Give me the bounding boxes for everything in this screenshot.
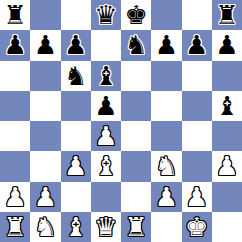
square-f2[interactable]: ♟ [151, 182, 181, 212]
piece-white-pawn[interactable]: ♟ [34, 182, 57, 212]
piece-white-pawn[interactable]: ♟ [3, 182, 26, 212]
square-d5[interactable]: ♟ [91, 91, 121, 121]
piece-white-pawn[interactable]: ♟ [185, 182, 208, 212]
square-c6[interactable]: ♞ [61, 61, 91, 91]
square-b7[interactable]: ♟ [30, 30, 60, 60]
square-d1[interactable]: ♛ [91, 212, 121, 242]
piece-black-pawn[interactable]: ♟ [94, 91, 117, 121]
square-f5[interactable] [151, 91, 181, 121]
square-a4[interactable] [0, 121, 30, 151]
square-e7[interactable]: ♞ [121, 30, 151, 60]
square-b4[interactable] [30, 121, 60, 151]
square-c8[interactable] [61, 0, 91, 30]
square-c1[interactable]: ♝ [61, 212, 91, 242]
square-g4[interactable] [182, 121, 212, 151]
square-c4[interactable] [61, 121, 91, 151]
square-b6[interactable] [30, 61, 60, 91]
square-e5[interactable] [121, 91, 151, 121]
square-e8[interactable]: ♚ [121, 0, 151, 30]
piece-black-knight[interactable]: ♞ [64, 61, 87, 91]
square-g8[interactable] [182, 0, 212, 30]
piece-white-knight[interactable]: ♞ [155, 151, 178, 181]
piece-white-bishop[interactable]: ♝ [94, 151, 117, 181]
piece-white-knight[interactable]: ♞ [34, 212, 57, 242]
square-a5[interactable] [0, 91, 30, 121]
square-c5[interactable] [61, 91, 91, 121]
piece-white-king[interactable]: ♚ [185, 212, 208, 242]
square-g6[interactable] [182, 61, 212, 91]
piece-black-pawn[interactable]: ♟ [34, 30, 57, 60]
square-f1[interactable] [151, 212, 181, 242]
square-a2[interactable]: ♟ [0, 182, 30, 212]
square-a3[interactable] [0, 151, 30, 181]
square-b5[interactable] [30, 91, 60, 121]
square-a1[interactable]: ♜ [0, 212, 30, 242]
piece-white-pawn[interactable]: ♟ [215, 151, 238, 181]
piece-black-pawn[interactable]: ♟ [155, 30, 178, 60]
piece-black-knight[interactable]: ♞ [124, 30, 147, 60]
square-d7[interactable] [91, 30, 121, 60]
piece-black-pawn[interactable]: ♟ [64, 30, 87, 60]
square-h2[interactable] [212, 182, 242, 212]
square-h7[interactable]: ♟ [212, 30, 242, 60]
piece-white-rook[interactable]: ♜ [3, 212, 26, 242]
square-f6[interactable] [151, 61, 181, 91]
square-g2[interactable]: ♟ [182, 182, 212, 212]
square-d2[interactable] [91, 182, 121, 212]
square-g5[interactable] [182, 91, 212, 121]
square-d6[interactable]: ♝ [91, 61, 121, 91]
piece-black-rook[interactable]: ♜ [3, 0, 26, 30]
square-e3[interactable] [121, 151, 151, 181]
square-c3[interactable]: ♟ [61, 151, 91, 181]
square-h8[interactable]: ♜ [212, 0, 242, 30]
square-c2[interactable] [61, 182, 91, 212]
square-f4[interactable] [151, 121, 181, 151]
square-a8[interactable]: ♜ [0, 0, 30, 30]
square-d4[interactable]: ♟ [91, 121, 121, 151]
square-d8[interactable]: ♛ [91, 0, 121, 30]
square-a6[interactable] [0, 61, 30, 91]
square-c7[interactable]: ♟ [61, 30, 91, 60]
square-e1[interactable]: ♜ [121, 212, 151, 242]
square-b2[interactable]: ♟ [30, 182, 60, 212]
piece-white-pawn[interactable]: ♟ [94, 121, 117, 151]
piece-black-king[interactable]: ♚ [124, 0, 147, 30]
square-h5[interactable]: ♝ [212, 91, 242, 121]
square-e4[interactable] [121, 121, 151, 151]
square-b1[interactable]: ♞ [30, 212, 60, 242]
piece-black-queen[interactable]: ♛ [94, 0, 117, 30]
piece-white-rook[interactable]: ♜ [124, 212, 147, 242]
square-a7[interactable]: ♟ [0, 30, 30, 60]
square-h4[interactable] [212, 121, 242, 151]
square-d3[interactable]: ♝ [91, 151, 121, 181]
piece-black-pawn[interactable]: ♟ [215, 30, 238, 60]
square-e2[interactable] [121, 182, 151, 212]
square-h1[interactable] [212, 212, 242, 242]
piece-black-bishop[interactable]: ♝ [215, 91, 238, 121]
piece-black-rook[interactable]: ♜ [215, 0, 238, 30]
square-h6[interactable] [212, 61, 242, 91]
square-g1[interactable]: ♚ [182, 212, 212, 242]
piece-white-queen[interactable]: ♛ [94, 212, 117, 242]
square-f3[interactable]: ♞ [151, 151, 181, 181]
square-e6[interactable] [121, 61, 151, 91]
piece-white-pawn[interactable]: ♟ [64, 151, 87, 181]
square-g3[interactable] [182, 151, 212, 181]
piece-black-pawn[interactable]: ♟ [3, 30, 26, 60]
square-g7[interactable]: ♟ [182, 30, 212, 60]
square-f7[interactable]: ♟ [151, 30, 181, 60]
square-h3[interactable]: ♟ [212, 151, 242, 181]
piece-black-pawn[interactable]: ♟ [185, 30, 208, 60]
piece-white-pawn[interactable]: ♟ [155, 182, 178, 212]
piece-white-bishop[interactable]: ♝ [64, 212, 87, 242]
piece-black-bishop[interactable]: ♝ [94, 61, 117, 91]
square-f8[interactable] [151, 0, 181, 30]
square-b8[interactable] [30, 0, 60, 30]
chess-board: ♜♛♚♜♟♟♟♞♟♟♟♞♝♟♝♟♟♝♞♟♟♟♟♟♜♞♝♛♜♚ [0, 0, 242, 242]
square-b3[interactable] [30, 151, 60, 181]
